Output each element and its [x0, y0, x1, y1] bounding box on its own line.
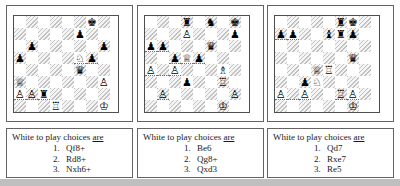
square-d1 [181, 100, 193, 112]
move-choice-1: 1.Qf8+ [53, 143, 132, 154]
square-h7 [98, 28, 110, 40]
square-f2: ♖ [335, 88, 347, 100]
square-d4 [181, 64, 193, 76]
square-b3 [157, 76, 169, 88]
choice-move-text: Qd7 [327, 143, 343, 153]
square-f2 [205, 88, 217, 100]
square-b7: ♟ [287, 28, 299, 40]
black-knight-f8: ♞ [206, 17, 216, 28]
square-b7 [26, 28, 38, 40]
square-d2 [311, 88, 323, 100]
choice-number: 1. [53, 143, 66, 154]
square-h4 [359, 64, 371, 76]
choice-number: 3. [314, 164, 327, 175]
square-f1 [335, 100, 347, 112]
choice-move-text: Rxe7 [327, 154, 346, 164]
square-a1 [145, 100, 157, 112]
square-f4: ♛ [74, 64, 86, 76]
white-bishop-g4: ♗ [218, 65, 228, 76]
square-h2 [359, 88, 371, 100]
black-pawn-b6: ♟ [158, 41, 168, 52]
square-a7 [145, 28, 157, 40]
square-b1 [287, 100, 299, 112]
square-g3: ♖ [217, 76, 229, 88]
square-c3 [38, 76, 50, 88]
caption-heading-3: White to play choices are [273, 132, 393, 142]
square-g7 [86, 28, 98, 40]
square-h3 [229, 76, 241, 88]
square-a3 [275, 76, 287, 88]
square-f5 [335, 52, 347, 64]
square-d5 [311, 52, 323, 64]
black-pawn-a6: ♟ [146, 41, 156, 52]
square-e7 [193, 28, 205, 40]
black-rook-f7: ♜ [336, 29, 346, 40]
square-c6 [38, 40, 50, 52]
square-e8 [193, 16, 205, 28]
square-d3: ♘ [311, 76, 323, 88]
black-queen-g5: ♛ [348, 53, 358, 64]
square-d1 [311, 100, 323, 112]
square-a8 [275, 16, 287, 28]
chess-board-3: ♜♚♟♟♝♜♟♛♕♖♟♘♙♙♖♙♔ [274, 15, 380, 113]
square-f2 [74, 88, 86, 100]
square-h5 [98, 52, 110, 64]
square-b1 [26, 100, 38, 112]
white-queen-a3: ♕ [15, 77, 25, 88]
square-c8 [169, 16, 181, 28]
square-e5: ♟ [193, 52, 205, 64]
square-c2 [169, 88, 181, 100]
square-d4: ♕ [311, 64, 323, 76]
square-f3 [74, 76, 86, 88]
choice-move-text: Be6 [197, 143, 212, 153]
square-b5 [26, 52, 38, 64]
square-g5 [217, 52, 229, 64]
square-b8 [157, 16, 169, 28]
caption-underlined-word: are [223, 132, 234, 142]
square-a3: ♕ [14, 76, 26, 88]
square-h1 [229, 100, 241, 112]
square-b7 [157, 28, 169, 40]
move-choice-3: 3.Qxd3 [184, 164, 263, 175]
black-pawn-g5: ♟ [87, 53, 97, 64]
square-e3 [62, 76, 74, 88]
square-g8: ♚ [86, 16, 98, 28]
square-b5 [287, 52, 299, 64]
black-pawn-e5: ♟ [194, 53, 204, 64]
square-b6 [287, 40, 299, 52]
square-c5 [38, 52, 50, 64]
square-c7 [38, 28, 50, 40]
square-e3 [323, 76, 335, 88]
square-f7: ♟ [74, 28, 86, 40]
black-pawn-a7: ♟ [276, 29, 286, 40]
square-d6 [181, 40, 193, 52]
square-b1 [157, 100, 169, 112]
black-king-g8: ♚ [87, 17, 97, 28]
square-c1 [38, 100, 50, 112]
square-b2: ♙ [157, 88, 169, 100]
square-f7: ♜ [335, 28, 347, 40]
square-d5: ♕ [181, 52, 193, 64]
square-c1 [169, 100, 181, 112]
black-queen-f4: ♛ [75, 65, 85, 76]
square-f4 [335, 64, 347, 76]
chess-board-2: ♜♞♚♙♟♟♟♛♟♕♟♙♙♗♟♖♙♙♔ [144, 15, 250, 113]
square-g3 [86, 76, 98, 88]
square-c7 [169, 28, 181, 40]
square-a7: ♟ [275, 28, 287, 40]
square-h8: ♚ [229, 16, 241, 28]
square-e6 [193, 40, 205, 52]
square-h2: ♙ [229, 88, 241, 100]
square-h8 [98, 16, 110, 28]
white-pawn-a2: ♙ [276, 89, 286, 100]
square-a8 [14, 16, 26, 28]
square-g3 [347, 76, 359, 88]
choice-move-text: Rd8+ [66, 154, 86, 164]
white-knight-f5: ♘ [75, 53, 85, 64]
square-g4 [86, 64, 98, 76]
square-d7: ♙ [181, 28, 193, 40]
black-pawn-f7: ♟ [75, 29, 85, 40]
square-a2: ♙ [275, 88, 287, 100]
black-pawn-d3: ♟ [182, 77, 192, 88]
square-c8 [38, 16, 50, 28]
black-pawn-g7: ♟ [348, 29, 358, 40]
square-c4 [38, 64, 50, 76]
choice-list-1: 1.Qf8+2.Rd8+3.Nxh6+ [7, 143, 132, 175]
square-f5 [205, 52, 217, 64]
choice-list-2: 1.Be62.Qg8+3.Qxd3 [138, 143, 263, 175]
square-c3 [169, 76, 181, 88]
black-rook-c2: ♜ [39, 89, 49, 100]
square-g4: ♗ [217, 64, 229, 76]
move-choice-2: 2.Rxe7 [314, 154, 393, 165]
square-b5 [157, 52, 169, 64]
square-d6 [311, 40, 323, 52]
white-rook-d1: ♖ [51, 101, 61, 112]
square-g2 [86, 88, 98, 100]
caption-underlined-word: are [353, 132, 364, 142]
square-h6: ♟ [98, 40, 110, 52]
black-pawn-a5: ♟ [15, 53, 25, 64]
square-h7: ♟ [229, 28, 241, 40]
square-d7 [50, 28, 62, 40]
square-b6: ♟ [26, 40, 38, 52]
white-pawn-h3: ♙ [99, 77, 109, 88]
move-choice-3: 3.Nxh6+ [53, 164, 132, 175]
square-e5 [323, 52, 335, 64]
square-c2: ♜ [38, 88, 50, 100]
square-h5 [229, 52, 241, 64]
square-b6: ♟ [157, 40, 169, 52]
white-pawn-c4: ♙ [170, 65, 180, 76]
square-a5 [275, 52, 287, 64]
square-a2: ♙ [14, 88, 26, 100]
caption-underlined-word: are [92, 132, 103, 142]
square-d3: ♟ [181, 76, 193, 88]
square-e4 [193, 64, 205, 76]
black-king-h8: ♚ [230, 17, 240, 28]
square-b4 [26, 64, 38, 76]
caption-prefix: White to play choices [273, 132, 353, 142]
square-g1: ♔ [347, 100, 359, 112]
caption-prefix: White to play choices [12, 132, 92, 142]
square-e2 [323, 88, 335, 100]
square-h6 [359, 40, 371, 52]
square-f6: ♛ [205, 40, 217, 52]
square-c6 [299, 40, 311, 52]
move-choice-1: 1.Qd7 [314, 143, 393, 154]
black-rook-f8: ♜ [336, 17, 346, 28]
square-b3 [26, 76, 38, 88]
square-f3 [335, 76, 347, 88]
square-g6 [86, 40, 98, 52]
choice-number: 2. [184, 154, 197, 165]
square-f7 [205, 28, 217, 40]
white-king-g1: ♔ [218, 101, 228, 112]
black-pawn-c5: ♟ [170, 53, 180, 64]
square-c7 [299, 28, 311, 40]
square-c6 [169, 40, 181, 52]
square-f6 [335, 40, 347, 52]
choice-list-3: 1.Qd72.Rxe73.Re5 [268, 143, 393, 175]
square-b8 [287, 16, 299, 28]
square-h4 [98, 64, 110, 76]
square-f8 [74, 16, 86, 28]
move-choice-2: 2.Rd8+ [53, 154, 132, 165]
square-a8 [145, 16, 157, 28]
square-e2 [193, 88, 205, 100]
square-b3 [287, 76, 299, 88]
square-d2 [50, 88, 62, 100]
square-b8 [26, 16, 38, 28]
black-rook-d8: ♜ [182, 17, 192, 28]
square-c8 [299, 16, 311, 28]
square-e1 [193, 100, 205, 112]
black-queen-f6: ♛ [206, 41, 216, 52]
square-a1 [275, 100, 287, 112]
square-c2: ♙ [299, 88, 311, 100]
black-king-g8: ♚ [348, 17, 358, 28]
square-d3 [50, 76, 62, 88]
square-e4: ♖ [323, 64, 335, 76]
choice-move-text: Qf8+ [66, 143, 85, 153]
square-a5: ♟ [14, 52, 26, 64]
square-h2 [98, 88, 110, 100]
square-e5 [62, 52, 74, 64]
move-choice-1: 1.Be6 [184, 143, 263, 154]
square-d2 [181, 88, 193, 100]
square-e6 [62, 40, 74, 52]
page-bottom-band [0, 179, 400, 186]
white-rook-g3: ♖ [218, 77, 228, 88]
square-f1 [74, 100, 86, 112]
square-b4 [157, 64, 169, 76]
square-g6 [347, 40, 359, 52]
choice-move-text: Re5 [327, 164, 342, 174]
square-a6 [14, 40, 26, 52]
square-b2: ♙ [26, 88, 38, 100]
square-a3 [145, 76, 157, 88]
white-knight-d3: ♘ [312, 77, 322, 88]
choice-number: 3. [184, 164, 197, 175]
square-a1 [14, 100, 26, 112]
white-pawn-g2: ♙ [348, 89, 358, 100]
square-g5: ♟ [86, 52, 98, 64]
white-pawn-b2: ♙ [158, 89, 168, 100]
chess-board-1: ♚♟♟♟♟♘♟♛♕♙♙♙♜♖♔ [13, 15, 119, 113]
square-g7: ♟ [347, 28, 359, 40]
choice-number: 1. [314, 143, 327, 154]
black-pawn-b6: ♟ [27, 41, 37, 52]
caption-prefix: White to play choices [143, 132, 223, 142]
choice-move-text: Qg8+ [197, 154, 218, 164]
square-g6 [217, 40, 229, 52]
black-pawn-h6: ♟ [99, 41, 109, 52]
square-c5 [299, 52, 311, 64]
white-queen-d4: ♕ [312, 65, 322, 76]
square-f6 [74, 40, 86, 52]
square-d8 [311, 16, 323, 28]
square-d8: ♜ [181, 16, 193, 28]
square-g2: ♙ [347, 88, 359, 100]
choice-number: 2. [53, 154, 66, 165]
square-h5 [359, 52, 371, 64]
white-pawn-h2: ♙ [230, 89, 240, 100]
white-rook-f2: ♖ [336, 89, 346, 100]
square-h1 [359, 100, 371, 112]
square-b4 [287, 64, 299, 76]
white-pawn-a4: ♙ [146, 65, 156, 76]
square-f8: ♞ [205, 16, 217, 28]
square-g2 [217, 88, 229, 100]
square-e1 [323, 100, 335, 112]
square-g1 [86, 100, 98, 112]
square-g8: ♚ [347, 16, 359, 28]
square-e1 [62, 100, 74, 112]
square-h7 [359, 28, 371, 40]
square-c4: ♙ [169, 64, 181, 76]
square-f4 [205, 64, 217, 76]
square-e7: ♝ [323, 28, 335, 40]
square-d1: ♖ [50, 100, 62, 112]
square-d6 [50, 40, 62, 52]
square-b2 [287, 88, 299, 100]
square-f8: ♜ [335, 16, 347, 28]
choice-number: 3. [53, 164, 66, 175]
white-pawn-b2: ♙ [27, 89, 37, 100]
square-g4 [347, 64, 359, 76]
white-pawn-c2: ♙ [300, 89, 310, 100]
square-e2 [62, 88, 74, 100]
square-h8 [359, 16, 371, 28]
puzzle-diagram-3: ♜♚♟♟♝♜♟♛♕♖♟♘♙♙♖♙♔ [267, 5, 394, 122]
square-a5 [145, 52, 157, 64]
square-h1: ♔ [98, 100, 110, 112]
square-a6 [275, 40, 287, 52]
square-d5 [50, 52, 62, 64]
square-g1: ♔ [217, 100, 229, 112]
square-e4 [62, 64, 74, 76]
puzzle-diagram-2: ♜♞♚♙♟♟♟♛♟♕♟♙♙♗♟♖♙♙♔ [137, 5, 264, 122]
black-pawn-b7: ♟ [288, 29, 298, 40]
square-f1 [205, 100, 217, 112]
square-a4: ♙ [145, 64, 157, 76]
square-a6: ♟ [145, 40, 157, 52]
square-g7 [217, 28, 229, 40]
square-a4 [14, 64, 26, 76]
caption-box-3: White to play choices are 1.Qd72.Rxe73.R… [267, 128, 394, 178]
square-e3 [193, 76, 205, 88]
caption-box-1: White to play choices are 1.Qf8+2.Rd8+3.… [6, 128, 133, 178]
white-queen-d5: ♕ [182, 53, 192, 64]
white-pawn-a2: ♙ [15, 89, 25, 100]
square-e6 [323, 40, 335, 52]
square-d4 [50, 64, 62, 76]
choice-number: 1. [184, 143, 197, 154]
choice-move-text: Qxd3 [197, 164, 217, 174]
square-d8 [50, 16, 62, 28]
square-f5: ♘ [74, 52, 86, 64]
square-e7 [62, 28, 74, 40]
square-e8 [62, 16, 74, 28]
square-a2 [145, 88, 157, 100]
caption-heading-2: White to play choices are [143, 132, 263, 142]
square-c3: ♟ [299, 76, 311, 88]
square-h4 [229, 64, 241, 76]
square-h3: ♙ [98, 76, 110, 88]
square-f3 [205, 76, 217, 88]
caption-heading-1: White to play choices are [12, 132, 132, 142]
choice-number: 2. [314, 154, 327, 165]
black-bishop-e7: ♝ [324, 29, 334, 40]
black-pawn-c3: ♟ [300, 77, 310, 88]
square-e8 [323, 16, 335, 28]
black-pawn-h7: ♟ [230, 29, 240, 40]
square-a7 [14, 28, 26, 40]
square-h3 [359, 76, 371, 88]
square-c5: ♟ [169, 52, 181, 64]
square-g5: ♛ [347, 52, 359, 64]
choice-move-text: Nxh6+ [66, 164, 91, 174]
square-c4 [299, 64, 311, 76]
square-a4 [275, 64, 287, 76]
white-king-g1: ♔ [348, 101, 358, 112]
white-rook-e4: ♖ [324, 65, 334, 76]
move-choice-2: 2.Qg8+ [184, 154, 263, 165]
move-choice-3: 3.Re5 [314, 164, 393, 175]
square-d7 [311, 28, 323, 40]
white-king-h1: ♔ [99, 101, 109, 112]
puzzle-diagram-1: ♚♟♟♟♟♘♟♛♕♙♙♙♜♖♔ [6, 5, 133, 122]
square-h6 [229, 40, 241, 52]
square-g8 [217, 16, 229, 28]
white-pawn-d7: ♙ [182, 29, 192, 40]
square-c1 [299, 100, 311, 112]
caption-box-2: White to play choices are 1.Be62.Qg8+3.Q… [137, 128, 264, 178]
